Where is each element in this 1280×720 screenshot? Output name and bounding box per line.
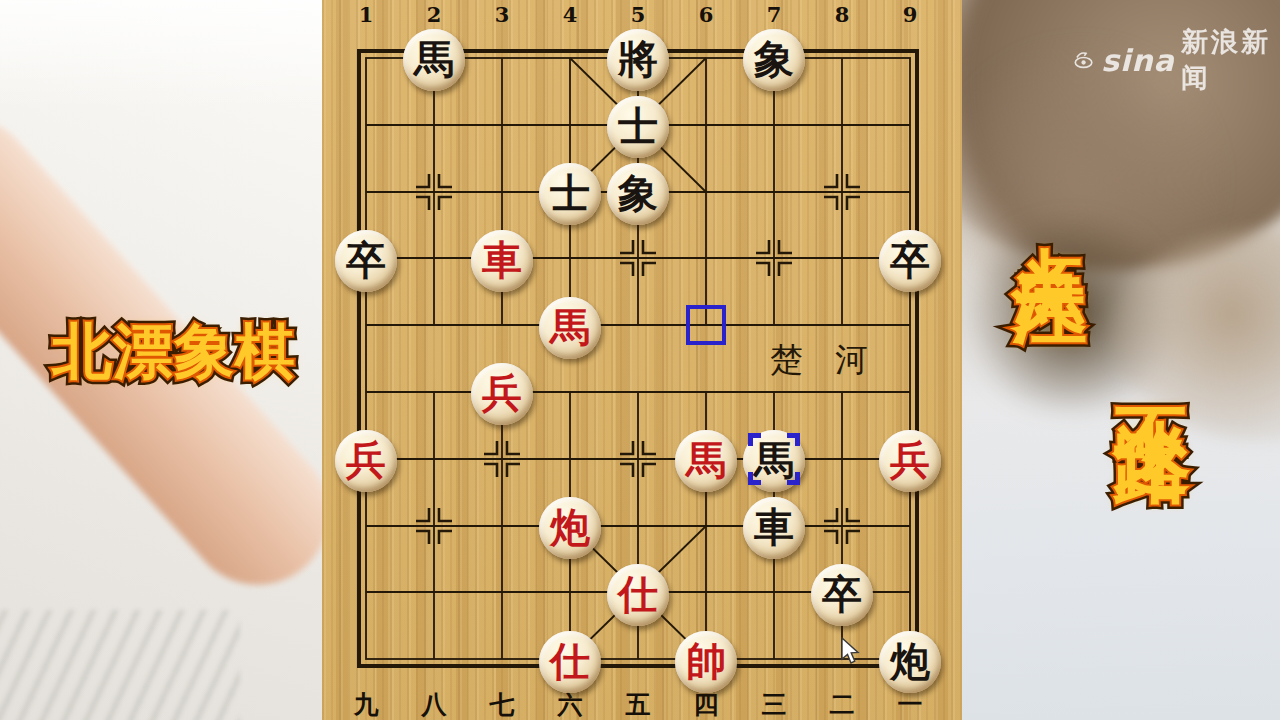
piece-士-black[interactable]: 士 (607, 96, 669, 158)
file-label-top-4: 4 (556, 2, 584, 27)
piece-仕-red[interactable]: 仕 (607, 564, 669, 626)
piece-glyph: 帥 (675, 631, 737, 693)
sina-logo-text: sina (1101, 43, 1175, 78)
piece-glyph: 象 (607, 163, 669, 225)
piece-glyph: 炮 (539, 497, 601, 559)
piece-馬-black[interactable]: 馬 (403, 29, 465, 91)
piece-glyph: 兵 (471, 363, 533, 425)
bracket-corner (787, 472, 800, 485)
piece-兵-red[interactable]: 兵 (335, 430, 397, 492)
background-photo-right: sina 新浪新闻 点关注 点关注 点关注 不迷路 不迷路 不迷路 (962, 0, 1280, 720)
piece-兵-red[interactable]: 兵 (471, 363, 533, 425)
piece-glyph: 卒 (811, 564, 873, 626)
video-frame: 北漂象棋 北漂象棋 北漂象棋 (0, 0, 1280, 720)
file-label-top-1: 1 (352, 2, 380, 27)
sina-news-text: 新浪新闻 (1181, 24, 1280, 96)
piece-glyph: 象 (743, 29, 805, 91)
last-move-destination-marker (748, 433, 800, 485)
file-label-top-2: 2 (420, 2, 448, 27)
piece-glyph: 兵 (335, 430, 397, 492)
file-label-top-7: 7 (760, 2, 788, 27)
file-label-top-6: 6 (692, 2, 720, 27)
piece-glyph: 車 (471, 230, 533, 292)
bracket-corner (748, 472, 761, 485)
file-label-top-9: 9 (896, 2, 924, 27)
piece-將-black[interactable]: 將 (607, 29, 669, 91)
piece-兵-red[interactable]: 兵 (879, 430, 941, 492)
piece-glyph: 炮 (879, 631, 941, 693)
piece-車-red[interactable]: 車 (471, 230, 533, 292)
piece-glyph: 卒 (879, 230, 941, 292)
bracket-corner (748, 433, 761, 446)
banner-fill-layer: 不迷路 (1100, 346, 1205, 376)
piece-glyph: 卒 (335, 230, 397, 292)
subscribe-banner-line2: 不迷路 不迷路 不迷路 (1100, 346, 1196, 646)
sheet-ruffle (0, 610, 240, 720)
channel-name-banner: 北漂象棋 北漂象棋 北漂象棋 (52, 312, 312, 392)
piece-卒-black[interactable]: 卒 (335, 230, 397, 292)
piece-grid: 馬將象士士象卒車卒馬兵兵馬馬兵炮車仕卒仕帥炮 (332, 25, 944, 693)
piece-馬-red[interactable]: 馬 (675, 430, 737, 492)
sina-watermark: sina 新浪新闻 (1072, 24, 1280, 96)
banner-fill-layer: 点关注 (998, 184, 1101, 214)
piece-卒-black[interactable]: 卒 (811, 564, 873, 626)
piece-glyph: 仕 (607, 564, 669, 626)
piece-馬-red[interactable]: 馬 (539, 297, 601, 359)
file-label-top-8: 8 (828, 2, 856, 27)
piece-炮-black[interactable]: 炮 (879, 631, 941, 693)
subscribe-banner-line1: 点关注 点关注 点关注 (998, 184, 1090, 474)
piece-象-black[interactable]: 象 (743, 29, 805, 91)
piece-仕-red[interactable]: 仕 (539, 631, 601, 693)
piece-glyph: 馬 (403, 29, 465, 91)
bedding-highlight (0, 0, 322, 110)
file-label-top-3: 3 (488, 2, 516, 27)
piece-象-black[interactable]: 象 (607, 163, 669, 225)
mouse-cursor-icon (840, 637, 862, 667)
piece-glyph: 兵 (879, 430, 941, 492)
bracket-corner (787, 433, 800, 446)
piece-glyph: 馬 (675, 430, 737, 492)
piece-炮-red[interactable]: 炮 (539, 497, 601, 559)
banner-fill-layer: 北漂象棋 (52, 312, 296, 393)
xiangqi-board-panel[interactable]: 123456789 九八七六五四三二一 楚河 汉界 馬將象士士象卒車卒馬兵兵馬馬… (322, 0, 962, 720)
piece-士-black[interactable]: 士 (539, 163, 601, 225)
piece-卒-black[interactable]: 卒 (879, 230, 941, 292)
background-photo-left: 北漂象棋 北漂象棋 北漂象棋 (0, 0, 322, 720)
piece-glyph: 馬 (539, 297, 601, 359)
piece-glyph: 車 (743, 497, 805, 559)
piece-glyph: 士 (607, 96, 669, 158)
piece-glyph: 仕 (539, 631, 601, 693)
piece-glyph: 將 (607, 29, 669, 91)
sina-eye-logo-icon (1072, 49, 1095, 71)
piece-帥-red[interactable]: 帥 (675, 631, 737, 693)
file-label-top-5: 5 (624, 2, 652, 27)
piece-glyph: 士 (539, 163, 601, 225)
piece-車-black[interactable]: 車 (743, 497, 805, 559)
